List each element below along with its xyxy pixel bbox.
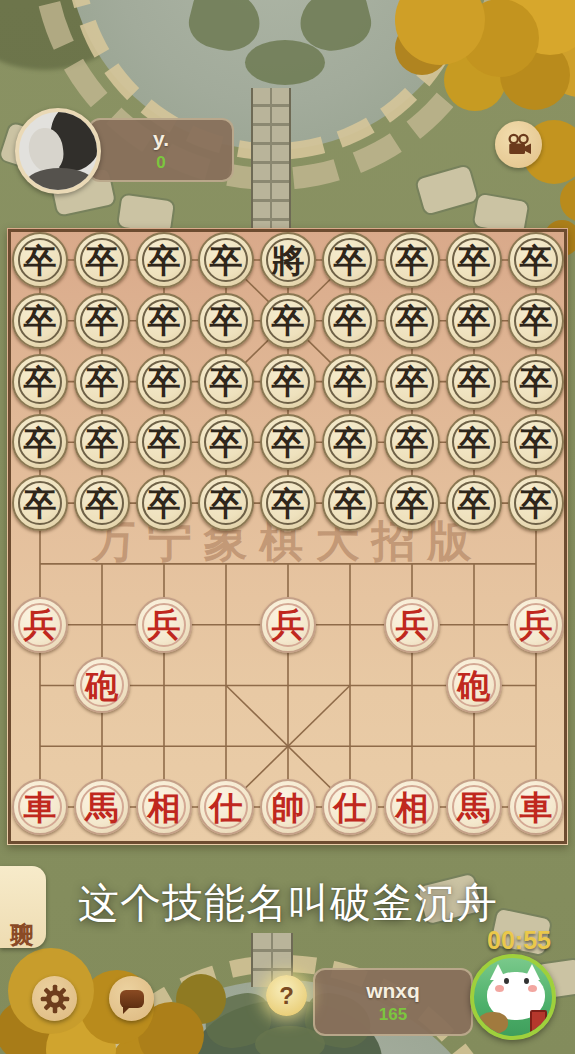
settings-button[interactable] — [32, 976, 77, 1021]
red-piece-兵[interactable]: 兵 — [260, 597, 316, 653]
black-piece-卒[interactable]: 卒 — [384, 475, 440, 531]
black-piece-卒[interactable]: 卒 — [322, 414, 378, 470]
black-piece-卒[interactable]: 卒 — [260, 414, 316, 470]
cat-eye — [504, 978, 509, 984]
top-player-plate: y. 0 — [88, 118, 234, 182]
black-piece-卒[interactable]: 卒 — [12, 414, 68, 470]
speech-bubble-icon — [120, 990, 144, 1008]
black-piece-卒[interactable]: 卒 — [198, 414, 254, 470]
red-piece-兵[interactable]: 兵 — [136, 597, 192, 653]
cat-eye — [524, 978, 529, 984]
red-piece-車[interactable]: 車 — [508, 779, 564, 835]
black-piece-卒[interactable]: 卒 — [508, 414, 564, 470]
red-sign — [530, 1010, 547, 1034]
cat-paw — [478, 1012, 508, 1034]
black-piece-卒[interactable]: 卒 — [322, 232, 378, 288]
top-player-score: 0 — [156, 153, 165, 173]
black-piece-卒[interactable]: 卒 — [74, 232, 130, 288]
black-piece-卒[interactable]: 卒 — [446, 475, 502, 531]
bottom-player-avatar[interactable] — [470, 954, 556, 1040]
black-piece-卒[interactable]: 卒 — [508, 232, 564, 288]
black-piece-卒[interactable]: 卒 — [384, 414, 440, 470]
black-piece-卒[interactable]: 卒 — [446, 354, 502, 410]
black-piece-卒[interactable]: 卒 — [446, 293, 502, 349]
red-piece-兵[interactable]: 兵 — [384, 597, 440, 653]
bottom-player-name: wnxq — [366, 979, 420, 1003]
cat-cheek — [528, 985, 537, 992]
emote-chat-button[interactable] — [109, 976, 154, 1021]
black-piece-卒[interactable]: 卒 — [136, 293, 192, 349]
red-piece-仕[interactable]: 仕 — [322, 779, 378, 835]
red-piece-兵[interactable]: 兵 — [12, 597, 68, 653]
black-piece-卒[interactable]: 卒 — [446, 414, 502, 470]
black-piece-卒[interactable]: 卒 — [322, 475, 378, 531]
red-piece-相[interactable]: 相 — [384, 779, 440, 835]
black-piece-卒[interactable]: 卒 — [136, 232, 192, 288]
black-piece-卒[interactable]: 卒 — [198, 354, 254, 410]
top-player-name: y. — [153, 127, 169, 151]
flagstone — [414, 163, 481, 217]
black-piece-卒[interactable]: 卒 — [12, 232, 68, 288]
black-piece-卒[interactable]: 卒 — [74, 475, 130, 531]
black-piece-卒[interactable]: 卒 — [384, 232, 440, 288]
black-piece-卒[interactable]: 卒 — [198, 293, 254, 349]
video-camera-icon — [504, 133, 534, 157]
red-piece-仕[interactable]: 仕 — [198, 779, 254, 835]
red-piece-砲[interactable]: 砲 — [74, 657, 130, 713]
red-piece-相[interactable]: 相 — [136, 779, 192, 835]
black-piece-卒[interactable]: 卒 — [384, 293, 440, 349]
black-piece-卒[interactable]: 卒 — [322, 293, 378, 349]
black-piece-卒[interactable]: 卒 — [12, 293, 68, 349]
black-piece-卒[interactable]: 卒 — [136, 354, 192, 410]
black-piece-將[interactable]: 將 — [260, 232, 316, 288]
black-piece-卒[interactable]: 卒 — [446, 232, 502, 288]
black-piece-卒[interactable]: 卒 — [12, 475, 68, 531]
red-piece-帥[interactable]: 帥 — [260, 779, 316, 835]
black-piece-卒[interactable]: 卒 — [74, 293, 130, 349]
cat-cheek — [495, 985, 504, 992]
brick-column-top — [251, 88, 291, 230]
black-piece-卒[interactable]: 卒 — [260, 354, 316, 410]
skill-subtitle: 这个技能名叫破釜沉舟 — [38, 876, 538, 931]
red-piece-馬[interactable]: 馬 — [446, 779, 502, 835]
black-piece-卒[interactable]: 卒 — [12, 354, 68, 410]
pieces-layer: 卒卒卒卒將卒卒卒卒卒卒卒卒卒卒卒卒卒卒卒卒卒卒卒卒卒卒卒卒卒卒卒卒卒卒卒卒卒卒卒… — [7, 228, 568, 845]
red-piece-砲[interactable]: 砲 — [446, 657, 502, 713]
video-camera-button[interactable] — [495, 121, 542, 168]
bottom-player-plate: wnxq 165 — [313, 968, 473, 1036]
black-piece-卒[interactable]: 卒 — [260, 293, 316, 349]
black-piece-卒[interactable]: 卒 — [74, 354, 130, 410]
black-piece-卒[interactable]: 卒 — [136, 414, 192, 470]
black-piece-卒[interactable]: 卒 — [508, 475, 564, 531]
black-piece-卒[interactable]: 卒 — [322, 354, 378, 410]
black-piece-卒[interactable]: 卒 — [260, 475, 316, 531]
black-piece-卒[interactable]: 卒 — [198, 232, 254, 288]
black-piece-卒[interactable]: 卒 — [74, 414, 130, 470]
black-piece-卒[interactable]: 卒 — [508, 354, 564, 410]
black-piece-卒[interactable]: 卒 — [508, 293, 564, 349]
red-piece-車[interactable]: 車 — [12, 779, 68, 835]
red-piece-馬[interactable]: 馬 — [74, 779, 130, 835]
bottom-player-score: 165 — [379, 1005, 407, 1025]
top-player-avatar[interactable] — [15, 108, 101, 194]
black-piece-卒[interactable]: 卒 — [384, 354, 440, 410]
gear-icon — [40, 984, 70, 1014]
red-piece-兵[interactable]: 兵 — [508, 597, 564, 653]
help-button[interactable]: ? — [266, 975, 307, 1016]
black-piece-卒[interactable]: 卒 — [136, 475, 192, 531]
game-screen: 万宁象棋大招版 卒卒卒卒將卒卒卒卒卒卒卒卒卒卒卒卒卒卒卒卒卒卒卒卒卒卒卒卒卒卒卒… — [0, 0, 575, 1054]
chat-button-label: 聊天 — [8, 903, 39, 911]
question-mark-icon: ? — [279, 982, 294, 1010]
black-piece-卒[interactable]: 卒 — [198, 475, 254, 531]
xiangqi-board[interactable]: 万宁象棋大招版 卒卒卒卒將卒卒卒卒卒卒卒卒卒卒卒卒卒卒卒卒卒卒卒卒卒卒卒卒卒卒卒… — [7, 228, 568, 845]
